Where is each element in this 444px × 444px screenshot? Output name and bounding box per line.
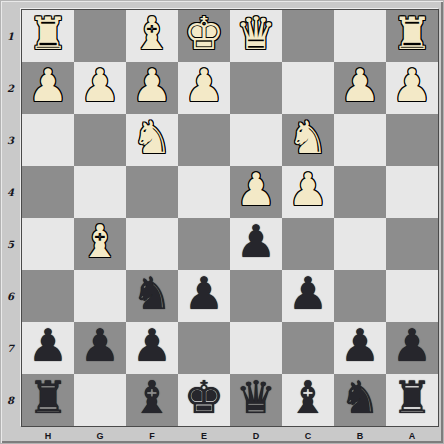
square-b1[interactable] (334, 10, 386, 62)
square-h5[interactable] (22, 218, 74, 270)
piece-white-pawn-h2[interactable]: ♟ (28, 60, 68, 112)
square-f7[interactable]: ♟ (126, 322, 178, 374)
piece-white-bishop-g5[interactable]: ♝ (80, 216, 120, 268)
square-e1[interactable]: ♚ (178, 10, 230, 62)
square-h4[interactable] (22, 166, 74, 218)
square-c1[interactable] (282, 10, 334, 62)
piece-black-pawn-c6[interactable]: ♟ (288, 268, 328, 320)
square-d1[interactable]: ♛ (230, 10, 282, 62)
square-d8[interactable]: ♛ (230, 374, 282, 426)
rank-label-7: 7 (1, 322, 20, 374)
rank-label-3: 3 (1, 114, 20, 166)
piece-white-pawn-f2[interactable]: ♟ (132, 60, 172, 112)
square-e5[interactable] (178, 218, 230, 270)
square-e4[interactable] (178, 166, 230, 218)
square-f3[interactable]: ♞ (126, 114, 178, 166)
piece-black-pawn-d5[interactable]: ♟ (236, 216, 276, 268)
piece-black-knight-b8[interactable]: ♞ (340, 372, 380, 424)
square-b2[interactable]: ♟ (334, 62, 386, 114)
piece-black-pawn-b7[interactable]: ♟ (340, 320, 380, 372)
square-b8[interactable]: ♞ (334, 374, 386, 426)
chess-board-frame: ♜♝♚♛♜♟♟♟♟♟♟♞♞♟♟♝♟♞♟♟♟♟♟♟♟♜♝♚♛♝♞♜ 1234567… (0, 0, 444, 444)
piece-black-pawn-f7[interactable]: ♟ (132, 320, 172, 372)
square-f4[interactable] (126, 166, 178, 218)
piece-black-pawn-e6[interactable]: ♟ (184, 268, 224, 320)
file-label-a: A (386, 428, 438, 443)
square-b7[interactable]: ♟ (334, 322, 386, 374)
square-g6[interactable] (74, 270, 126, 322)
rank-label-5: 5 (1, 218, 20, 270)
square-f5[interactable] (126, 218, 178, 270)
piece-white-pawn-b2[interactable]: ♟ (340, 60, 380, 112)
square-c2[interactable] (282, 62, 334, 114)
chess-board: ♜♝♚♛♜♟♟♟♟♟♟♞♞♟♟♝♟♞♟♟♟♟♟♟♟♜♝♚♛♝♞♜ (21, 9, 439, 427)
square-d3[interactable] (230, 114, 282, 166)
piece-black-queen-d8[interactable]: ♛ (236, 372, 276, 424)
square-a2[interactable]: ♟ (386, 62, 438, 114)
file-label-d: D (230, 428, 282, 443)
square-g1[interactable] (74, 10, 126, 62)
square-a5[interactable] (386, 218, 438, 270)
piece-black-rook-h8[interactable]: ♜ (28, 372, 68, 424)
square-c7[interactable] (282, 322, 334, 374)
piece-white-pawn-d4[interactable]: ♟ (236, 164, 276, 216)
piece-white-rook-h1[interactable]: ♜ (28, 8, 68, 60)
square-h6[interactable] (22, 270, 74, 322)
square-c3[interactable]: ♞ (282, 114, 334, 166)
piece-white-pawn-a2[interactable]: ♟ (392, 60, 432, 112)
piece-black-rook-a8[interactable]: ♜ (392, 372, 432, 424)
square-f6[interactable]: ♞ (126, 270, 178, 322)
square-a7[interactable]: ♟ (386, 322, 438, 374)
square-e8[interactable]: ♚ (178, 374, 230, 426)
square-a6[interactable] (386, 270, 438, 322)
piece-white-bishop-f1[interactable]: ♝ (132, 8, 172, 60)
square-a1[interactable]: ♜ (386, 10, 438, 62)
square-h1[interactable]: ♜ (22, 10, 74, 62)
file-label-g: G (74, 428, 126, 443)
square-g5[interactable]: ♝ (74, 218, 126, 270)
piece-black-knight-f6[interactable]: ♞ (132, 268, 172, 320)
file-label-b: B (334, 428, 386, 443)
square-d2[interactable] (230, 62, 282, 114)
square-c6[interactable]: ♟ (282, 270, 334, 322)
piece-white-pawn-c4[interactable]: ♟ (288, 164, 328, 216)
rank-label-1: 1 (1, 10, 20, 62)
piece-white-knight-c3[interactable]: ♞ (288, 112, 328, 164)
square-f2[interactable]: ♟ (126, 62, 178, 114)
square-b6[interactable] (334, 270, 386, 322)
piece-black-pawn-a7[interactable]: ♟ (392, 320, 432, 372)
square-e6[interactable]: ♟ (178, 270, 230, 322)
square-h7[interactable]: ♟ (22, 322, 74, 374)
rank-label-8: 8 (1, 374, 20, 426)
square-a4[interactable] (386, 166, 438, 218)
square-h2[interactable]: ♟ (22, 62, 74, 114)
piece-white-knight-f3[interactable]: ♞ (132, 112, 172, 164)
rank-label-6: 6 (1, 270, 20, 322)
square-g2[interactable]: ♟ (74, 62, 126, 114)
rank-label-4: 4 (1, 166, 20, 218)
square-d7[interactable] (230, 322, 282, 374)
piece-black-king-e8[interactable]: ♚ (184, 372, 224, 424)
piece-white-pawn-g2[interactable]: ♟ (80, 60, 120, 112)
square-c8[interactable]: ♝ (282, 374, 334, 426)
piece-white-rook-a1[interactable]: ♜ (392, 8, 432, 60)
square-b3[interactable] (334, 114, 386, 166)
square-e2[interactable]: ♟ (178, 62, 230, 114)
piece-black-pawn-h7[interactable]: ♟ (28, 320, 68, 372)
file-label-h: H (22, 428, 74, 443)
square-d5[interactable]: ♟ (230, 218, 282, 270)
square-c5[interactable] (282, 218, 334, 270)
file-label-e: E (178, 428, 230, 443)
file-label-c: C (282, 428, 334, 443)
piece-white-pawn-e2[interactable]: ♟ (184, 60, 224, 112)
square-a8[interactable]: ♜ (386, 374, 438, 426)
rank-label-2: 2 (1, 62, 20, 114)
piece-black-pawn-g7[interactable]: ♟ (80, 320, 120, 372)
square-a3[interactable] (386, 114, 438, 166)
square-g7[interactable]: ♟ (74, 322, 126, 374)
square-e7[interactable] (178, 322, 230, 374)
piece-black-bishop-c8[interactable]: ♝ (288, 372, 328, 424)
square-f8[interactable]: ♝ (126, 374, 178, 426)
square-b4[interactable] (334, 166, 386, 218)
piece-white-queen-d1[interactable]: ♛ (236, 8, 276, 60)
square-h8[interactable]: ♜ (22, 374, 74, 426)
square-g8[interactable] (74, 374, 126, 426)
square-e3[interactable] (178, 114, 230, 166)
file-label-f: F (126, 428, 178, 443)
square-c4[interactable]: ♟ (282, 166, 334, 218)
square-b5[interactable] (334, 218, 386, 270)
square-d6[interactable] (230, 270, 282, 322)
piece-white-king-e1[interactable]: ♚ (184, 8, 224, 60)
square-f1[interactable]: ♝ (126, 10, 178, 62)
square-g3[interactable] (74, 114, 126, 166)
piece-black-bishop-f8[interactable]: ♝ (132, 372, 172, 424)
square-h3[interactable] (22, 114, 74, 166)
square-d4[interactable]: ♟ (230, 166, 282, 218)
square-g4[interactable] (74, 166, 126, 218)
